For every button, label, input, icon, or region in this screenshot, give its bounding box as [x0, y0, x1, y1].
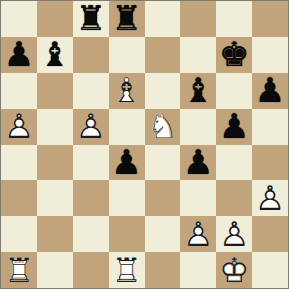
square-g3[interactable]	[216, 180, 252, 216]
square-d3[interactable]	[109, 180, 145, 216]
black-pawn-f4[interactable]: ♟	[180, 145, 216, 181]
square-c1[interactable]	[73, 252, 109, 288]
square-h8[interactable]	[252, 1, 288, 37]
black-rook-d8[interactable]: ♜	[109, 1, 145, 37]
white-bishop-outline-glyph: ♗	[109, 73, 145, 109]
square-f7[interactable]	[180, 37, 216, 73]
square-c5[interactable]: ♟♙	[73, 109, 109, 145]
black-pawn-glyph: ♟	[1, 37, 37, 73]
black-bishop-glyph: ♝	[37, 37, 73, 73]
square-g1[interactable]: ♚♔	[216, 252, 252, 288]
black-pawn-h6[interactable]: ♟	[252, 73, 288, 109]
black-pawn-a7[interactable]: ♟	[1, 37, 37, 73]
white-knight-e5[interactable]: ♞♘	[145, 109, 181, 145]
square-d7[interactable]	[109, 37, 145, 73]
square-a3[interactable]	[1, 180, 37, 216]
black-pawn-glyph: ♟	[109, 145, 145, 181]
black-pawn-glyph: ♟	[252, 73, 288, 109]
square-f6[interactable]: ♝	[180, 73, 216, 109]
white-knight-outline-glyph: ♘	[145, 109, 181, 145]
square-b3[interactable]	[37, 180, 73, 216]
white-pawn-c5[interactable]: ♟♙	[73, 109, 109, 145]
square-c7[interactable]	[73, 37, 109, 73]
square-d1[interactable]: ♜♖	[109, 252, 145, 288]
black-pawn-d4[interactable]: ♟	[109, 145, 145, 181]
square-e1[interactable]	[145, 252, 181, 288]
black-pawn-glyph: ♟	[180, 145, 216, 181]
square-d4[interactable]: ♟	[109, 145, 145, 181]
white-rook-outline-glyph: ♖	[1, 252, 37, 288]
square-f4[interactable]: ♟	[180, 145, 216, 181]
white-pawn-h3[interactable]: ♟♙	[252, 180, 288, 216]
square-f2[interactable]: ♟♙	[180, 216, 216, 252]
black-rook-glyph: ♜	[73, 1, 109, 37]
square-c4[interactable]	[73, 145, 109, 181]
square-b8[interactable]	[37, 1, 73, 37]
square-c3[interactable]	[73, 180, 109, 216]
square-b1[interactable]	[37, 252, 73, 288]
square-b5[interactable]	[37, 109, 73, 145]
square-e2[interactable]	[145, 216, 181, 252]
square-g7[interactable]: ♚	[216, 37, 252, 73]
square-f1[interactable]	[180, 252, 216, 288]
square-d6[interactable]: ♝♗	[109, 73, 145, 109]
black-king-glyph: ♚	[216, 37, 252, 73]
square-b4[interactable]	[37, 145, 73, 181]
white-rook-d1[interactable]: ♜♖	[109, 252, 145, 288]
square-g4[interactable]	[216, 145, 252, 181]
black-pawn-glyph: ♟	[216, 109, 252, 145]
square-e7[interactable]	[145, 37, 181, 73]
white-pawn-outline-glyph: ♙	[73, 109, 109, 145]
square-g8[interactable]	[216, 1, 252, 37]
square-a4[interactable]	[1, 145, 37, 181]
square-a7[interactable]: ♟	[1, 37, 37, 73]
square-a1[interactable]: ♜♖	[1, 252, 37, 288]
square-c6[interactable]	[73, 73, 109, 109]
black-bishop-glyph: ♝	[180, 73, 216, 109]
white-rook-outline-glyph: ♖	[109, 252, 145, 288]
square-h7[interactable]	[252, 37, 288, 73]
square-f5[interactable]	[180, 109, 216, 145]
square-b6[interactable]	[37, 73, 73, 109]
white-pawn-a5[interactable]: ♟♙	[1, 109, 37, 145]
black-rook-c8[interactable]: ♜	[73, 1, 109, 37]
black-bishop-f6[interactable]: ♝	[180, 73, 216, 109]
white-pawn-outline-glyph: ♙	[216, 216, 252, 252]
square-d8[interactable]: ♜	[109, 1, 145, 37]
square-f8[interactable]	[180, 1, 216, 37]
square-h4[interactable]	[252, 145, 288, 181]
white-pawn-outline-glyph: ♙	[180, 216, 216, 252]
white-king-outline-glyph: ♔	[216, 252, 252, 288]
white-rook-a1[interactable]: ♜♖	[1, 252, 37, 288]
square-f3[interactable]	[180, 180, 216, 216]
white-pawn-outline-glyph: ♙	[1, 109, 37, 145]
square-h5[interactable]	[252, 109, 288, 145]
black-bishop-b7[interactable]: ♝	[37, 37, 73, 73]
white-pawn-f2[interactable]: ♟♙	[180, 216, 216, 252]
square-c2[interactable]	[73, 216, 109, 252]
chess-board-wrapper: ♜♜♟♝♚♝♗♝♟♟♙♟♙♞♘♟♟♟♟♙♟♙♟♙♜♖♜♖♚♔	[0, 0, 289, 289]
square-e5[interactable]: ♞♘	[145, 109, 181, 145]
square-a5[interactable]: ♟♙	[1, 109, 37, 145]
square-g2[interactable]: ♟♙	[216, 216, 252, 252]
white-pawn-g2[interactable]: ♟♙	[216, 216, 252, 252]
square-a6[interactable]	[1, 73, 37, 109]
square-h1[interactable]	[252, 252, 288, 288]
square-e3[interactable]	[145, 180, 181, 216]
white-king-g1[interactable]: ♚♔	[216, 252, 252, 288]
square-b2[interactable]	[37, 216, 73, 252]
square-a2[interactable]	[1, 216, 37, 252]
black-rook-glyph: ♜	[109, 1, 145, 37]
black-pawn-g5[interactable]: ♟	[216, 109, 252, 145]
square-e8[interactable]	[145, 1, 181, 37]
square-e6[interactable]	[145, 73, 181, 109]
chess-board: ♜♜♟♝♚♝♗♝♟♟♙♟♙♞♘♟♟♟♟♙♟♙♟♙♜♖♜♖♚♔	[0, 0, 289, 289]
square-a8[interactable]	[1, 1, 37, 37]
square-h3[interactable]: ♟♙	[252, 180, 288, 216]
square-d5[interactable]	[109, 109, 145, 145]
square-d2[interactable]	[109, 216, 145, 252]
square-h6[interactable]: ♟	[252, 73, 288, 109]
square-e4[interactable]	[145, 145, 181, 181]
square-g5[interactable]: ♟	[216, 109, 252, 145]
white-pawn-outline-glyph: ♙	[252, 180, 288, 216]
square-h2[interactable]	[252, 216, 288, 252]
square-g6[interactable]	[216, 73, 252, 109]
square-c8[interactable]: ♜	[73, 1, 109, 37]
white-bishop-d6[interactable]: ♝♗	[109, 73, 145, 109]
black-king-g7[interactable]: ♚	[216, 37, 252, 73]
square-b7[interactable]: ♝	[37, 37, 73, 73]
